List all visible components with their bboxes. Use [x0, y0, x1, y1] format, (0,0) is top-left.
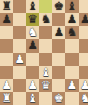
- square-b3[interactable]: [13, 66, 26, 79]
- piece-white-knight-g1[interactable]: ♞: [79, 92, 88, 105]
- square-b1[interactable]: [13, 92, 26, 105]
- square-f8[interactable]: ♝: [65, 0, 78, 13]
- piece-white-pawn-f2[interactable]: ♟: [65, 79, 78, 92]
- square-e5[interactable]: [52, 39, 65, 52]
- square-e8[interactable]: ♚: [52, 0, 65, 13]
- piece-white-king-e1[interactable]: ♚: [52, 92, 65, 105]
- square-a7[interactable]: ♟: [0, 13, 13, 26]
- square-e6[interactable]: ♟: [52, 26, 65, 39]
- square-a1[interactable]: ♜: [0, 92, 13, 105]
- piece-black-pawn-g7[interactable]: ♟: [79, 13, 88, 26]
- square-e3[interactable]: [52, 66, 65, 79]
- square-g8[interactable]: [79, 0, 88, 13]
- piece-black-knight-d7[interactable]: ♞: [39, 13, 52, 26]
- square-e2[interactable]: [52, 79, 65, 92]
- square-d2[interactable]: ♛: [39, 79, 52, 92]
- square-f7[interactable]: ♟: [65, 13, 78, 26]
- square-a5[interactable]: [0, 39, 13, 52]
- square-f1[interactable]: [65, 92, 78, 105]
- square-a6[interactable]: [0, 26, 13, 39]
- piece-black-pawn-f7[interactable]: ♟: [65, 13, 78, 26]
- piece-white-bishop-d3[interactable]: ♝: [39, 66, 52, 79]
- square-d4[interactable]: [39, 53, 52, 66]
- square-c7[interactable]: ♛: [26, 13, 39, 26]
- square-e4[interactable]: [52, 53, 65, 66]
- square-f3[interactable]: [65, 66, 78, 79]
- piece-black-queen-c7[interactable]: ♛: [26, 13, 39, 26]
- piece-black-pawn-a7[interactable]: ♟: [0, 13, 13, 26]
- piece-white-pawn-g2[interactable]: ♟: [79, 79, 88, 92]
- square-g4[interactable]: [79, 53, 88, 66]
- square-b2[interactable]: [13, 79, 26, 92]
- square-g3[interactable]: [79, 66, 88, 79]
- square-a2[interactable]: ♟: [0, 79, 13, 92]
- square-d6[interactable]: [39, 26, 52, 39]
- square-g5[interactable]: [79, 39, 88, 52]
- square-g7[interactable]: ♟: [79, 13, 88, 26]
- piece-white-knight-c6[interactable]: ♞: [26, 26, 39, 39]
- square-a4[interactable]: [0, 53, 13, 66]
- square-c2[interactable]: ♟: [26, 79, 39, 92]
- square-c5[interactable]: ♟: [26, 39, 39, 52]
- square-f4[interactable]: [65, 53, 78, 66]
- square-d1[interactable]: [39, 92, 52, 105]
- piece-white-bishop-c1[interactable]: ♝: [26, 92, 39, 105]
- piece-white-pawn-c2[interactable]: ♟: [26, 79, 39, 92]
- chess-board-viewport: ♜♝♚♝♟♛♞♟♟♞♟♞♟♟♝♟♟♛♟♟♜♝♚♞: [0, 0, 88, 105]
- square-e7[interactable]: [52, 13, 65, 26]
- piece-black-knight-f6[interactable]: ♞: [65, 26, 78, 39]
- piece-black-bishop-c8[interactable]: ♝: [26, 0, 39, 13]
- square-b7[interactable]: [13, 13, 26, 26]
- square-g6[interactable]: [79, 26, 88, 39]
- square-b8[interactable]: [13, 0, 26, 13]
- square-g2[interactable]: ♟: [79, 79, 88, 92]
- square-c6[interactable]: ♞: [26, 26, 39, 39]
- square-e1[interactable]: ♚: [52, 92, 65, 105]
- square-d8[interactable]: [39, 0, 52, 13]
- square-c3[interactable]: [26, 66, 39, 79]
- square-f6[interactable]: ♞: [65, 26, 78, 39]
- square-c1[interactable]: ♝: [26, 92, 39, 105]
- square-f2[interactable]: ♟: [65, 79, 78, 92]
- piece-white-pawn-b4[interactable]: ♟: [13, 53, 26, 66]
- chess-board[interactable]: ♜♝♚♝♟♛♞♟♟♞♟♞♟♟♝♟♟♛♟♟♜♝♚♞: [0, 0, 88, 105]
- square-a3[interactable]: [0, 66, 13, 79]
- piece-black-bishop-f8[interactable]: ♝: [65, 0, 78, 13]
- piece-white-queen-d2[interactable]: ♛: [39, 79, 52, 92]
- piece-white-pawn-a2[interactable]: ♟: [0, 79, 13, 92]
- square-f5[interactable]: [65, 39, 78, 52]
- piece-white-rook-a1[interactable]: ♜: [0, 92, 13, 105]
- piece-black-king-e8[interactable]: ♚: [52, 0, 65, 13]
- square-c8[interactable]: ♝: [26, 0, 39, 13]
- piece-black-rook-a8[interactable]: ♜: [0, 0, 13, 13]
- square-b5[interactable]: [13, 39, 26, 52]
- square-d3[interactable]: ♝: [39, 66, 52, 79]
- piece-black-pawn-e6[interactable]: ♟: [52, 26, 65, 39]
- square-d7[interactable]: ♞: [39, 13, 52, 26]
- piece-black-pawn-c5[interactable]: ♟: [26, 39, 39, 52]
- square-c4[interactable]: [26, 53, 39, 66]
- square-a8[interactable]: ♜: [0, 0, 13, 13]
- square-b6[interactable]: [13, 26, 26, 39]
- square-d5[interactable]: [39, 39, 52, 52]
- square-b4[interactable]: ♟: [13, 53, 26, 66]
- square-g1[interactable]: ♞: [79, 92, 88, 105]
